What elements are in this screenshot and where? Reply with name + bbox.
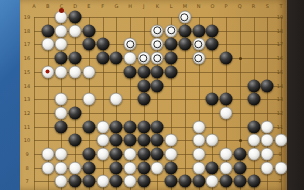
row-label: 15	[24, 69, 30, 74]
black-stone	[247, 120, 260, 133]
white-stone	[247, 134, 260, 147]
row-label: 14	[24, 83, 30, 88]
white-stone	[96, 134, 109, 147]
row-label: 18	[24, 28, 30, 33]
row-label: 13	[24, 97, 30, 102]
white-stone	[69, 161, 82, 174]
black-stone	[192, 175, 205, 188]
grid-line-vertical	[34, 17, 35, 190]
black-stone	[110, 52, 123, 65]
column-label: P	[225, 4, 228, 9]
white-stone	[165, 148, 178, 161]
white-stone	[124, 161, 137, 174]
white-stone-circled	[192, 38, 205, 51]
white-stone-circled	[192, 52, 205, 65]
circle-marker	[140, 54, 148, 62]
white-stone	[274, 161, 287, 174]
row-label: 13	[277, 97, 283, 102]
column-label: R	[252, 4, 255, 9]
column-label: E	[87, 4, 90, 9]
black-stone	[206, 38, 219, 51]
black-stone	[82, 24, 95, 37]
black-stone	[206, 24, 219, 37]
grid-line-horizontal	[34, 99, 282, 100]
white-stone-red-mark	[55, 11, 68, 24]
black-stone	[137, 65, 150, 78]
black-stone	[82, 175, 95, 188]
white-stone	[261, 148, 274, 161]
black-stone	[82, 148, 95, 161]
white-stone	[192, 134, 205, 147]
black-stone	[82, 161, 95, 174]
black-stone	[206, 161, 219, 174]
black-stone	[124, 134, 137, 147]
black-stone	[151, 148, 164, 161]
black-stone	[137, 161, 150, 174]
red-dot-marker	[46, 70, 50, 74]
white-stone	[96, 148, 109, 161]
white-stone	[124, 148, 137, 161]
black-stone	[151, 79, 164, 92]
circle-marker	[194, 40, 202, 48]
black-stone	[220, 93, 233, 106]
white-stone	[220, 161, 233, 174]
black-stone	[192, 24, 205, 37]
column-label: F	[101, 4, 104, 9]
row-label: 10	[24, 138, 30, 143]
column-label: S	[266, 4, 269, 9]
white-stone-circled	[178, 11, 191, 24]
black-stone	[69, 11, 82, 24]
white-stone	[55, 24, 68, 37]
white-stone-circled	[165, 24, 178, 37]
row-label: 15	[277, 69, 283, 74]
black-stone	[41, 24, 54, 37]
black-stone	[178, 38, 191, 51]
black-stone	[69, 52, 82, 65]
white-stone	[55, 161, 68, 174]
column-label: K	[156, 4, 159, 9]
black-stone	[137, 93, 150, 106]
white-stone	[55, 65, 68, 78]
black-stone	[82, 120, 95, 133]
column-label: O	[210, 4, 214, 9]
black-stone	[261, 79, 274, 92]
white-stone	[151, 161, 164, 174]
column-label: Q	[238, 4, 242, 9]
row-label: 11	[277, 124, 283, 129]
star-point	[239, 57, 242, 60]
row-label: 16	[277, 56, 283, 61]
white-stone-circled	[151, 52, 164, 65]
white-stone	[220, 148, 233, 161]
row-label: 17	[24, 42, 30, 47]
white-stone	[69, 24, 82, 37]
black-stone	[110, 134, 123, 147]
white-stone	[206, 175, 219, 188]
white-stone	[274, 134, 287, 147]
row-label: 9	[25, 152, 28, 157]
white-stone-circled	[137, 52, 150, 65]
white-stone	[192, 120, 205, 133]
black-stone	[137, 120, 150, 133]
black-stone	[137, 79, 150, 92]
white-stone	[82, 93, 95, 106]
white-stone	[192, 148, 205, 161]
white-stone	[69, 65, 82, 78]
black-stone	[137, 134, 150, 147]
row-label: 14	[277, 83, 283, 88]
circle-marker	[153, 54, 161, 62]
black-stone	[220, 52, 233, 65]
black-stone	[233, 161, 246, 174]
black-stone	[247, 93, 260, 106]
white-stone	[41, 161, 54, 174]
black-stone	[206, 93, 219, 106]
white-stone	[261, 120, 274, 133]
row-label: 19	[277, 15, 283, 20]
column-label: M	[183, 4, 187, 9]
black-stone	[69, 134, 82, 147]
white-stone	[55, 106, 68, 119]
row-label: 8	[25, 165, 28, 170]
red-top-marker	[59, 8, 64, 13]
circle-marker	[126, 40, 134, 48]
white-stone	[55, 175, 68, 188]
white-stone-circled	[151, 38, 164, 51]
black-stone	[124, 120, 137, 133]
white-stone	[96, 175, 109, 188]
white-stone-circled	[151, 24, 164, 37]
black-stone	[110, 148, 123, 161]
circle-marker	[181, 13, 189, 21]
black-stone	[55, 120, 68, 133]
black-stone	[165, 175, 178, 188]
white-stone	[110, 93, 123, 106]
black-stone	[110, 161, 123, 174]
row-label: 16	[24, 56, 30, 61]
black-stone	[124, 65, 137, 78]
row-label: 12	[277, 110, 283, 115]
black-stone	[137, 175, 150, 188]
circle-marker	[153, 40, 161, 48]
black-stone	[178, 175, 191, 188]
white-stone-circled	[124, 38, 137, 51]
row-label: 11	[24, 124, 30, 129]
black-stone	[220, 175, 233, 188]
black-stone	[82, 38, 95, 51]
column-label: T	[279, 4, 282, 9]
black-stone	[96, 38, 109, 51]
row-label: 7	[25, 179, 28, 184]
column-label: J	[143, 4, 144, 9]
white-stone	[124, 52, 137, 65]
column-label: G	[114, 4, 118, 9]
column-label: D	[73, 4, 77, 9]
white-stone	[165, 134, 178, 147]
black-stone	[69, 106, 82, 119]
black-stone	[69, 175, 82, 188]
white-stone	[55, 93, 68, 106]
white-stone	[261, 134, 274, 147]
screen: ABCDEFGHJKLMNOPQRST191918181717161615151…	[0, 0, 304, 190]
black-stone	[151, 120, 164, 133]
white-stone	[206, 134, 219, 147]
row-label: 17	[277, 42, 283, 47]
black-stone	[233, 148, 246, 161]
column-label: N	[197, 4, 201, 9]
row-label: 7	[278, 179, 281, 184]
row-label: 12	[24, 110, 30, 115]
white-stone-red-dot	[41, 65, 54, 78]
white-stone	[55, 38, 68, 51]
column-label: A	[32, 4, 35, 9]
right-letterbox-bar	[287, 0, 304, 190]
black-stone	[151, 65, 164, 78]
black-stone	[110, 120, 123, 133]
black-stone	[233, 175, 246, 188]
circle-marker	[194, 54, 202, 62]
row-label: 18	[277, 28, 283, 33]
column-label: B	[46, 4, 49, 9]
white-stone	[96, 120, 109, 133]
circle-marker	[153, 26, 161, 34]
left-letterbox-bar	[0, 0, 20, 190]
white-stone	[41, 148, 54, 161]
row-label: 19	[24, 15, 30, 20]
star-point	[239, 139, 242, 142]
white-stone	[55, 148, 68, 161]
go-board[interactable]: ABCDEFGHJKLMNOPQRST191918181717161615151…	[20, 0, 287, 190]
white-stone	[220, 106, 233, 119]
white-stone	[41, 38, 54, 51]
black-stone	[165, 52, 178, 65]
black-stone	[165, 65, 178, 78]
white-stone	[82, 65, 95, 78]
black-stone	[137, 148, 150, 161]
white-stone	[247, 148, 260, 161]
black-stone	[110, 175, 123, 188]
column-label: H	[128, 4, 132, 9]
white-stone	[192, 161, 205, 174]
black-stone	[247, 79, 260, 92]
black-stone	[151, 134, 164, 147]
white-stone	[124, 175, 137, 188]
black-stone	[55, 52, 68, 65]
black-stone	[165, 161, 178, 174]
black-stone	[96, 52, 109, 65]
black-stone	[247, 175, 260, 188]
column-label: L	[170, 4, 173, 9]
white-stone	[261, 161, 274, 174]
black-stone	[165, 38, 178, 51]
row-label: 9	[278, 152, 281, 157]
circle-marker	[167, 26, 175, 34]
black-stone	[178, 24, 191, 37]
